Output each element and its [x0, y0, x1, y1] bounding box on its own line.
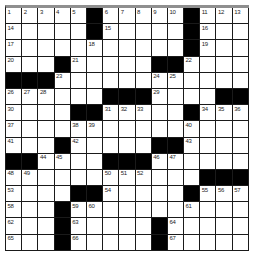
- cell-r1c15[interactable]: 13: [233, 8, 249, 24]
- block-cell-r6c7: [103, 89, 119, 105]
- cell-r12c1[interactable]: 53: [6, 186, 22, 202]
- cell-r3c7[interactable]: [103, 40, 119, 56]
- cell-r10c12[interactable]: [184, 154, 200, 170]
- cell-r8c6[interactable]: 39: [87, 121, 103, 137]
- cell-r13c7[interactable]: [103, 202, 119, 218]
- cell-r10c10[interactable]: 46: [152, 154, 168, 170]
- clue-number-59: 59: [72, 203, 78, 209]
- cell-r1c4[interactable]: 4: [55, 8, 71, 24]
- clue-number-55: 55: [202, 187, 208, 193]
- cell-r7c4[interactable]: [55, 105, 71, 121]
- clue-number-60: 60: [88, 203, 94, 209]
- cell-r12c3[interactable]: [38, 186, 54, 202]
- block-cell-r9c10: [152, 138, 168, 154]
- clue-number-9: 9: [153, 9, 156, 15]
- cell-r2c10[interactable]: [152, 24, 168, 40]
- cell-r5c13[interactable]: [200, 73, 216, 89]
- cell-r11c6[interactable]: [87, 170, 103, 186]
- block-cell-r11c14: [216, 170, 232, 186]
- cell-r10c11[interactable]: 47: [168, 154, 184, 170]
- block-cell-r2c12: [184, 24, 200, 40]
- cell-r4c15[interactable]: [233, 57, 249, 73]
- cell-r8c12[interactable]: 40: [184, 121, 200, 137]
- cell-r9c13[interactable]: [200, 138, 216, 154]
- cell-r6c5[interactable]: [71, 89, 87, 105]
- block-cell-r6c14: [216, 89, 232, 105]
- cell-r4c3[interactable]: [38, 57, 54, 73]
- cell-r6c2[interactable]: 27: [22, 89, 38, 105]
- cell-r7c14[interactable]: 35: [216, 105, 232, 121]
- cell-r7c3[interactable]: [38, 105, 54, 121]
- cell-r5c8[interactable]: [119, 73, 135, 89]
- cell-r13c14[interactable]: [216, 202, 232, 218]
- block-cell-r11c13: [200, 170, 216, 186]
- cell-r14c5[interactable]: 63: [71, 218, 87, 234]
- cell-r6c12[interactable]: [184, 89, 200, 105]
- clue-number-17: 17: [8, 41, 14, 47]
- clue-number-25: 25: [169, 73, 175, 79]
- cell-r14c1[interactable]: 62: [6, 218, 22, 234]
- clue-number-54: 54: [105, 187, 111, 193]
- clue-number-37: 37: [8, 122, 14, 128]
- cell-r3c2[interactable]: [22, 40, 38, 56]
- cell-r4c13[interactable]: [200, 57, 216, 73]
- clue-number-52: 52: [137, 170, 143, 176]
- clue-number-53: 53: [8, 187, 14, 193]
- cell-r9c6[interactable]: [87, 138, 103, 154]
- cell-r6c10[interactable]: 29: [152, 89, 168, 105]
- cell-r2c7[interactable]: 15: [103, 24, 119, 40]
- block-cell-r5c1: [6, 73, 22, 89]
- cell-r11c1[interactable]: 48: [6, 170, 22, 186]
- cell-r7c9[interactable]: 33: [136, 105, 152, 121]
- cell-r9c15[interactable]: [233, 138, 249, 154]
- clue-number-8: 8: [137, 9, 140, 15]
- cell-r6c11[interactable]: [168, 89, 184, 105]
- cell-r13c12[interactable]: 61: [184, 202, 200, 218]
- cell-r7c10[interactable]: [152, 105, 168, 121]
- cell-r1c13[interactable]: 11: [200, 8, 216, 24]
- cell-r7c13[interactable]: 34: [200, 105, 216, 121]
- cell-r2c11[interactable]: [168, 24, 184, 40]
- cell-r11c2[interactable]: 49: [22, 170, 38, 186]
- block-cell-r15c4: [55, 235, 71, 251]
- clue-number-2: 2: [24, 9, 27, 15]
- cell-r14c13[interactable]: [200, 218, 216, 234]
- clue-number-6: 6: [105, 9, 108, 15]
- cell-r1c8[interactable]: 7: [119, 8, 135, 24]
- cell-r15c3[interactable]: [38, 235, 54, 251]
- cell-r11c11[interactable]: [168, 170, 184, 186]
- clue-number-1: 1: [8, 9, 11, 15]
- clue-number-29: 29: [153, 89, 159, 95]
- cell-r5c15[interactable]: [233, 73, 249, 89]
- block-cell-r4c4: [55, 57, 71, 73]
- block-cell-r1c6: [87, 8, 103, 24]
- block-cell-r10c7: [103, 154, 119, 170]
- cell-r6c1[interactable]: 26: [6, 89, 22, 105]
- cell-r3c1[interactable]: 17: [6, 40, 22, 56]
- clue-number-50: 50: [105, 170, 111, 176]
- cell-r7c7[interactable]: 31: [103, 105, 119, 121]
- cell-r1c9[interactable]: 8: [136, 8, 152, 24]
- cell-r2c9[interactable]: [136, 24, 152, 40]
- block-cell-r2c6: [87, 24, 103, 40]
- cell-r12c15[interactable]: 57: [233, 186, 249, 202]
- block-cell-r10c9: [136, 154, 152, 170]
- cell-r6c4[interactable]: [55, 89, 71, 105]
- cell-r13c15[interactable]: [233, 202, 249, 218]
- cell-r1c7[interactable]: 6: [103, 8, 119, 24]
- cell-r2c2[interactable]: [22, 24, 38, 40]
- clue-number-14: 14: [8, 25, 14, 31]
- cell-r2c1[interactable]: 14: [6, 24, 22, 40]
- cell-r7c15[interactable]: 36: [233, 105, 249, 121]
- clue-number-66: 66: [72, 235, 78, 241]
- cell-r8c14[interactable]: [216, 121, 232, 137]
- cell-r12c7[interactable]: 54: [103, 186, 119, 202]
- clue-number-18: 18: [88, 41, 94, 47]
- cell-r8c7[interactable]: [103, 121, 119, 137]
- cell-r4c2[interactable]: [22, 57, 38, 73]
- cell-r9c14[interactable]: [216, 138, 232, 154]
- clue-number-58: 58: [8, 203, 14, 209]
- cell-r7c8[interactable]: 32: [119, 105, 135, 121]
- cell-r10c14[interactable]: [216, 154, 232, 170]
- clue-number-35: 35: [218, 106, 224, 112]
- cell-r15c5[interactable]: 66: [71, 235, 87, 251]
- cell-r12c10[interactable]: [152, 186, 168, 202]
- cell-r3c4[interactable]: [55, 40, 71, 56]
- cell-r14c11[interactable]: 64: [168, 218, 184, 234]
- cell-r15c2[interactable]: [22, 235, 38, 251]
- cell-r4c7[interactable]: [103, 57, 119, 73]
- clue-number-4: 4: [56, 9, 59, 15]
- cell-r15c9[interactable]: [136, 235, 152, 251]
- clue-number-61: 61: [186, 203, 192, 209]
- cell-r2c14[interactable]: [216, 24, 232, 40]
- cell-r3c5[interactable]: [71, 40, 87, 56]
- cell-r14c14[interactable]: [216, 218, 232, 234]
- cell-r2c15[interactable]: [233, 24, 249, 40]
- cell-r5c5[interactable]: [71, 73, 87, 89]
- clue-number-47: 47: [169, 154, 175, 160]
- block-cell-r7c12: [184, 105, 200, 121]
- cell-r10c6[interactable]: [87, 154, 103, 170]
- block-cell-r10c2: [22, 154, 38, 170]
- clue-number-13: 13: [234, 9, 240, 15]
- cell-r10c5[interactable]: [71, 154, 87, 170]
- cell-r13c10[interactable]: [152, 202, 168, 218]
- cell-r14c3[interactable]: [38, 218, 54, 234]
- cell-r3c3[interactable]: [38, 40, 54, 56]
- crossword-board: 1234567891011121314151617181920212223242…: [5, 5, 249, 251]
- cell-r9c12[interactable]: 43: [184, 138, 200, 154]
- cell-r5c10[interactable]: 24: [152, 73, 168, 89]
- clue-number-65: 65: [8, 235, 14, 241]
- clue-number-51: 51: [121, 170, 127, 176]
- block-cell-r6c15: [233, 89, 249, 105]
- cell-r11c4[interactable]: [55, 170, 71, 186]
- block-cell-r5c3: [38, 73, 54, 89]
- clue-number-16: 16: [202, 25, 208, 31]
- clue-number-32: 32: [121, 106, 127, 112]
- block-cell-r12c12: [184, 186, 200, 202]
- cell-r9c7[interactable]: [103, 138, 119, 154]
- cell-r3c8[interactable]: [119, 40, 135, 56]
- cell-r3c11[interactable]: [168, 40, 184, 56]
- clue-number-64: 64: [169, 219, 175, 225]
- cell-r11c12[interactable]: [184, 170, 200, 186]
- block-cell-r5c2: [22, 73, 38, 89]
- cell-r14c6[interactable]: [87, 218, 103, 234]
- cell-r11c10[interactable]: [152, 170, 168, 186]
- cell-r13c5[interactable]: 59: [71, 202, 87, 218]
- cell-r15c13[interactable]: [200, 235, 216, 251]
- cell-r9c2[interactable]: [22, 138, 38, 154]
- cell-r10c13[interactable]: [200, 154, 216, 170]
- cell-r13c3[interactable]: [38, 202, 54, 218]
- cell-r1c11[interactable]: 10: [168, 8, 184, 24]
- clue-number-23: 23: [56, 73, 62, 79]
- cell-r3c10[interactable]: [152, 40, 168, 56]
- cell-r11c9[interactable]: 52: [136, 170, 152, 186]
- cell-r15c11[interactable]: 67: [168, 235, 184, 251]
- cell-r7c11[interactable]: [168, 105, 184, 121]
- cell-r1c3[interactable]: 3: [38, 8, 54, 24]
- cell-r1c2[interactable]: 2: [22, 8, 38, 24]
- cell-r3c9[interactable]: [136, 40, 152, 56]
- cell-r4c1[interactable]: 20: [6, 57, 22, 73]
- block-cell-r12c6: [87, 186, 103, 202]
- cell-r11c3[interactable]: [38, 170, 54, 186]
- block-cell-r14c10: [152, 218, 168, 234]
- clue-number-15: 15: [105, 25, 111, 31]
- clue-number-40: 40: [186, 122, 192, 128]
- cell-r4c6[interactable]: [87, 57, 103, 73]
- clue-number-19: 19: [202, 41, 208, 47]
- block-cell-r11c15: [233, 170, 249, 186]
- cell-r12c2[interactable]: [22, 186, 38, 202]
- cell-r3c14[interactable]: [216, 40, 232, 56]
- block-cell-r13c4: [55, 202, 71, 218]
- cell-r1c14[interactable]: 12: [216, 8, 232, 24]
- cell-r9c1[interactable]: 41: [6, 138, 22, 154]
- cell-r3c6[interactable]: 18: [87, 40, 103, 56]
- cell-r15c7[interactable]: [103, 235, 119, 251]
- cell-r9c9[interactable]: [136, 138, 152, 154]
- clue-number-44: 44: [40, 154, 46, 160]
- clue-number-10: 10: [169, 9, 175, 15]
- cell-r6c13[interactable]: [200, 89, 216, 105]
- clue-number-42: 42: [72, 138, 78, 144]
- cell-r13c8[interactable]: [119, 202, 135, 218]
- cell-r8c13[interactable]: [200, 121, 216, 137]
- cell-r12c14[interactable]: 56: [216, 186, 232, 202]
- cell-r14c12[interactable]: [184, 218, 200, 234]
- cell-r8c11[interactable]: [168, 121, 184, 137]
- crossword-page: 1234567891011121314151617181920212223242…: [0, 0, 254, 256]
- cell-r5c4[interactable]: 23: [55, 73, 71, 89]
- clue-number-62: 62: [8, 219, 14, 225]
- clue-number-39: 39: [88, 122, 94, 128]
- cell-r13c6[interactable]: 60: [87, 202, 103, 218]
- cell-r14c2[interactable]: [22, 218, 38, 234]
- cell-r10c3[interactable]: 44: [38, 154, 54, 170]
- block-cell-r9c4: [55, 138, 71, 154]
- clue-number-56: 56: [218, 187, 224, 193]
- cell-r15c15[interactable]: [233, 235, 249, 251]
- cell-r8c9[interactable]: [136, 121, 152, 137]
- cell-r2c8[interactable]: [119, 24, 135, 40]
- cell-r11c5[interactable]: [71, 170, 87, 186]
- cell-r15c1[interactable]: 65: [6, 235, 22, 251]
- cell-r11c8[interactable]: 51: [119, 170, 135, 186]
- cell-r6c6[interactable]: [87, 89, 103, 105]
- cell-r7c2[interactable]: [22, 105, 38, 121]
- cell-r13c9[interactable]: [136, 202, 152, 218]
- cell-r10c4[interactable]: 45: [55, 154, 71, 170]
- clue-number-26: 26: [8, 89, 14, 95]
- block-cell-r4c10: [152, 57, 168, 73]
- cell-r5c9[interactable]: [136, 73, 152, 89]
- cell-r8c10[interactable]: [152, 121, 168, 137]
- cell-r8c4[interactable]: [55, 121, 71, 137]
- block-cell-r10c8: [119, 154, 135, 170]
- cell-r12c11[interactable]: [168, 186, 184, 202]
- cell-r15c8[interactable]: [119, 235, 135, 251]
- clue-number-7: 7: [121, 9, 124, 15]
- cell-r8c3[interactable]: [38, 121, 54, 137]
- block-cell-r14c4: [55, 218, 71, 234]
- block-cell-r7c5: [71, 105, 87, 121]
- cell-r1c5[interactable]: 5: [71, 8, 87, 24]
- clue-number-63: 63: [72, 219, 78, 225]
- cell-r15c12[interactable]: [184, 235, 200, 251]
- cell-r2c3[interactable]: [38, 24, 54, 40]
- block-cell-r9c11: [168, 138, 184, 154]
- clue-number-22: 22: [186, 57, 192, 63]
- clue-number-20: 20: [8, 57, 14, 63]
- cell-r5c7[interactable]: [103, 73, 119, 89]
- cell-r7c1[interactable]: 30: [6, 105, 22, 121]
- block-cell-r7c6: [87, 105, 103, 121]
- cell-r13c11[interactable]: [168, 202, 184, 218]
- cell-r15c14[interactable]: [216, 235, 232, 251]
- clue-number-48: 48: [8, 170, 14, 176]
- cell-r2c4[interactable]: [55, 24, 71, 40]
- cell-r14c9[interactable]: [136, 218, 152, 234]
- cell-r12c9[interactable]: [136, 186, 152, 202]
- cell-r11c7[interactable]: 50: [103, 170, 119, 186]
- cell-r8c5[interactable]: 38: [71, 121, 87, 137]
- cell-r14c15[interactable]: [233, 218, 249, 234]
- cell-r6c3[interactable]: 28: [38, 89, 54, 105]
- clue-number-31: 31: [105, 106, 111, 112]
- cell-r3c15[interactable]: [233, 40, 249, 56]
- cell-r3c13[interactable]: 19: [200, 40, 216, 56]
- clue-number-57: 57: [234, 187, 240, 193]
- cell-r2c13[interactable]: 16: [200, 24, 216, 40]
- cell-r5c11[interactable]: 25: [168, 73, 184, 89]
- block-cell-r4c11: [168, 57, 184, 73]
- cell-r5c6[interactable]: [87, 73, 103, 89]
- clue-number-34: 34: [202, 106, 208, 112]
- cell-r12c4[interactable]: [55, 186, 71, 202]
- cell-r13c13[interactable]: [200, 202, 216, 218]
- clue-number-36: 36: [234, 106, 240, 112]
- clue-number-30: 30: [8, 106, 14, 112]
- block-cell-r10c1: [6, 154, 22, 170]
- clue-number-45: 45: [56, 154, 62, 160]
- cell-r8c15[interactable]: [233, 121, 249, 137]
- cell-r9c8[interactable]: [119, 138, 135, 154]
- cell-r4c5[interactable]: 21: [71, 57, 87, 73]
- cell-r12c8[interactable]: [119, 186, 135, 202]
- clue-number-41: 41: [8, 138, 14, 144]
- clue-number-33: 33: [137, 106, 143, 112]
- cell-r8c8[interactable]: [119, 121, 135, 137]
- cell-r10c15[interactable]: [233, 154, 249, 170]
- clue-number-28: 28: [40, 89, 46, 95]
- block-cell-r15c10: [152, 235, 168, 251]
- cell-r1c1[interactable]: 1: [6, 8, 22, 24]
- clue-number-24: 24: [153, 73, 159, 79]
- block-cell-r3c12: [184, 40, 200, 56]
- block-cell-r1c12: [184, 8, 200, 24]
- clue-number-43: 43: [186, 138, 192, 144]
- cell-r5c12[interactable]: [184, 73, 200, 89]
- cell-r9c5[interactable]: 42: [71, 138, 87, 154]
- block-cell-r6c9: [136, 89, 152, 105]
- clue-number-27: 27: [24, 89, 30, 95]
- block-cell-r6c8: [119, 89, 135, 105]
- clue-number-21: 21: [72, 57, 78, 63]
- clue-number-11: 11: [202, 9, 208, 15]
- cell-r8c2[interactable]: [22, 121, 38, 137]
- cell-r4c12[interactable]: 22: [184, 57, 200, 73]
- clue-number-49: 49: [24, 170, 30, 176]
- cell-r1c10[interactable]: 9: [152, 8, 168, 24]
- cell-r4c8[interactable]: [119, 57, 135, 73]
- cell-r13c1[interactable]: 58: [6, 202, 22, 218]
- clue-number-12: 12: [218, 9, 224, 15]
- cell-r14c7[interactable]: [103, 218, 119, 234]
- cell-r13c2[interactable]: [22, 202, 38, 218]
- cell-r5c14[interactable]: [216, 73, 232, 89]
- cell-r15c6[interactable]: [87, 235, 103, 251]
- cell-r4c14[interactable]: [216, 57, 232, 73]
- cell-r14c8[interactable]: [119, 218, 135, 234]
- clue-number-46: 46: [153, 154, 159, 160]
- clue-number-5: 5: [72, 9, 75, 15]
- cell-r12c13[interactable]: 55: [200, 186, 216, 202]
- clue-number-67: 67: [169, 235, 175, 241]
- clue-number-38: 38: [72, 122, 78, 128]
- cell-r2c5[interactable]: [71, 24, 87, 40]
- clue-number-3: 3: [40, 9, 43, 15]
- cell-r4c9[interactable]: [136, 57, 152, 73]
- cell-r9c3[interactable]: [38, 138, 54, 154]
- cell-r8c1[interactable]: 37: [6, 121, 22, 137]
- block-cell-r12c5: [71, 186, 87, 202]
